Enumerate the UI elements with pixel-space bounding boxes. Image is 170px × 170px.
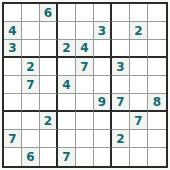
sudoku-board: 643232427374978277267 <box>2 2 168 168</box>
cell-r2c9[interactable] <box>148 22 166 40</box>
cell-r8c1[interactable]: 7 <box>4 130 22 148</box>
cell-r5c3[interactable] <box>40 76 58 94</box>
cell-r4c5[interactable]: 7 <box>76 58 94 76</box>
cell-r6c1[interactable] <box>4 94 22 112</box>
cell-r8c5[interactable] <box>76 130 94 148</box>
cell-r1c3[interactable]: 6 <box>40 4 58 22</box>
cell-r7c9[interactable] <box>148 112 166 130</box>
cell-r8c7[interactable]: 2 <box>112 130 130 148</box>
cell-r2c7[interactable] <box>112 22 130 40</box>
cell-r4c7[interactable]: 3 <box>112 58 130 76</box>
cell-r8c4[interactable] <box>58 130 76 148</box>
cell-r4c9[interactable] <box>148 58 166 76</box>
cell-r4c4[interactable] <box>58 58 76 76</box>
cell-r5c2[interactable]: 7 <box>22 76 40 94</box>
cell-r5c4[interactable]: 4 <box>58 76 76 94</box>
cell-r4c1[interactable] <box>4 58 22 76</box>
cell-r6c7[interactable]: 7 <box>112 94 130 112</box>
cell-r7c3[interactable]: 2 <box>40 112 58 130</box>
cell-r8c9[interactable] <box>148 130 166 148</box>
cell-r1c1[interactable] <box>4 4 22 22</box>
cell-r5c6[interactable] <box>94 76 112 94</box>
cell-r8c6[interactable] <box>94 130 112 148</box>
cell-r3c5[interactable]: 4 <box>76 40 94 58</box>
cell-r3c9[interactable] <box>148 40 166 58</box>
cell-r3c7[interactable] <box>112 40 130 58</box>
cell-r8c3[interactable] <box>40 130 58 148</box>
cell-r1c9[interactable] <box>148 4 166 22</box>
cell-r9c6[interactable] <box>94 148 112 166</box>
cell-r4c6[interactable] <box>94 58 112 76</box>
cell-r5c1[interactable] <box>4 76 22 94</box>
cell-r3c3[interactable] <box>40 40 58 58</box>
cell-r9c8[interactable] <box>130 148 148 166</box>
cell-r3c4[interactable]: 2 <box>58 40 76 58</box>
cell-r1c5[interactable] <box>76 4 94 22</box>
cell-r7c6[interactable] <box>94 112 112 130</box>
cell-r7c2[interactable] <box>22 112 40 130</box>
cell-r3c2[interactable] <box>22 40 40 58</box>
cell-r3c6[interactable] <box>94 40 112 58</box>
cell-r2c1[interactable]: 4 <box>4 22 22 40</box>
cell-r5c7[interactable] <box>112 76 130 94</box>
cell-r2c3[interactable] <box>40 22 58 40</box>
cell-r9c3[interactable] <box>40 148 58 166</box>
cell-r2c4[interactable] <box>58 22 76 40</box>
cell-r8c2[interactable] <box>22 130 40 148</box>
cell-r7c7[interactable] <box>112 112 130 130</box>
cell-r2c8[interactable]: 2 <box>130 22 148 40</box>
cell-r9c7[interactable] <box>112 148 130 166</box>
cell-r7c1[interactable] <box>4 112 22 130</box>
cell-r6c9[interactable]: 8 <box>148 94 166 112</box>
cell-r6c2[interactable] <box>22 94 40 112</box>
cell-r3c1[interactable]: 3 <box>4 40 22 58</box>
cell-r1c8[interactable] <box>130 4 148 22</box>
cell-r3c8[interactable] <box>130 40 148 58</box>
cell-r6c3[interactable] <box>40 94 58 112</box>
cell-r1c2[interactable] <box>22 4 40 22</box>
cell-r2c5[interactable] <box>76 22 94 40</box>
cell-r4c3[interactable] <box>40 58 58 76</box>
cell-r5c5[interactable] <box>76 76 94 94</box>
cell-r7c4[interactable] <box>58 112 76 130</box>
cell-r6c4[interactable] <box>58 94 76 112</box>
cell-r4c2[interactable]: 2 <box>22 58 40 76</box>
cell-r9c1[interactable] <box>4 148 22 166</box>
cell-r6c5[interactable] <box>76 94 94 112</box>
cell-r6c8[interactable] <box>130 94 148 112</box>
cell-r4c8[interactable] <box>130 58 148 76</box>
cell-r2c6[interactable]: 3 <box>94 22 112 40</box>
cell-r8c8[interactable] <box>130 130 148 148</box>
cell-r9c2[interactable]: 6 <box>22 148 40 166</box>
cell-r7c5[interactable] <box>76 112 94 130</box>
cell-r9c4[interactable]: 7 <box>58 148 76 166</box>
cell-r1c4[interactable] <box>58 4 76 22</box>
cell-r7c8[interactable]: 7 <box>130 112 148 130</box>
cell-r6c6[interactable]: 9 <box>94 94 112 112</box>
cell-r1c6[interactable] <box>94 4 112 22</box>
cell-r5c9[interactable] <box>148 76 166 94</box>
cell-r9c9[interactable] <box>148 148 166 166</box>
cell-r1c7[interactable] <box>112 4 130 22</box>
cell-r9c5[interactable] <box>76 148 94 166</box>
cell-r5c8[interactable] <box>130 76 148 94</box>
cell-r2c2[interactable] <box>22 22 40 40</box>
